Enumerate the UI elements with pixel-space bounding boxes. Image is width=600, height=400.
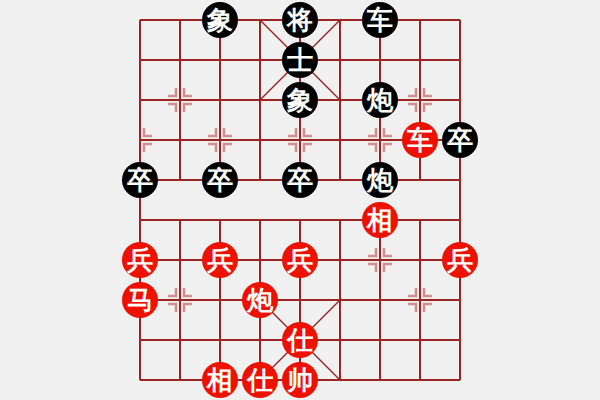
intersection-f2[interactable] (320, 280, 360, 320)
intersection-c5[interactable]: 卒 (200, 160, 240, 200)
piece-red-soldier[interactable]: 兵 (122, 242, 158, 278)
intersection-h1[interactable] (400, 320, 440, 360)
intersection-g5[interactable]: 炮 (360, 160, 400, 200)
piece-black-soldier[interactable]: 卒 (442, 122, 478, 158)
intersection-g6[interactable] (360, 120, 400, 160)
intersection-f3[interactable] (320, 240, 360, 280)
intersection-f7[interactable] (320, 80, 360, 120)
intersection-i1[interactable] (440, 320, 480, 360)
intersection-c7[interactable] (200, 80, 240, 120)
intersection-i5[interactable] (440, 160, 480, 200)
piece-black-chariot[interactable]: 车 (362, 2, 398, 38)
intersection-d2[interactable]: 炮 (240, 280, 280, 320)
intersection-b1[interactable] (160, 320, 200, 360)
intersection-i4[interactable] (440, 200, 480, 240)
intersection-b4[interactable] (160, 200, 200, 240)
piece-black-elephant[interactable]: 象 (282, 82, 318, 118)
intersection-i7[interactable] (440, 80, 480, 120)
intersection-i8[interactable] (440, 40, 480, 80)
intersection-b6[interactable] (160, 120, 200, 160)
intersection-c0[interactable]: 相 (200, 360, 240, 400)
intersection-d9[interactable] (240, 0, 280, 40)
intersection-e0[interactable]: 帅 (280, 360, 320, 400)
intersection-h6[interactable]: 车 (400, 120, 440, 160)
intersection-h2[interactable] (400, 280, 440, 320)
intersection-g3[interactable] (360, 240, 400, 280)
intersection-h7[interactable] (400, 80, 440, 120)
intersection-c6[interactable] (200, 120, 240, 160)
intersection-f0[interactable] (320, 360, 360, 400)
intersection-h8[interactable] (400, 40, 440, 80)
piece-black-advisor[interactable]: 士 (282, 42, 318, 78)
intersection-a5[interactable]: 卒 (120, 160, 160, 200)
intersection-d5[interactable] (240, 160, 280, 200)
piece-black-cannon[interactable]: 炮 (362, 162, 398, 198)
intersection-e5[interactable]: 卒 (280, 160, 320, 200)
piece-red-elephant[interactable]: 相 (362, 202, 398, 238)
piece-red-elephant[interactable]: 相 (202, 362, 238, 398)
intersection-b9[interactable] (160, 0, 200, 40)
intersection-i9[interactable] (440, 0, 480, 40)
intersection-g1[interactable] (360, 320, 400, 360)
piece-black-soldier[interactable]: 卒 (202, 162, 238, 198)
intersection-a9[interactable] (120, 0, 160, 40)
intersection-f5[interactable] (320, 160, 360, 200)
intersection-h4[interactable] (400, 200, 440, 240)
intersection-e3[interactable]: 兵 (280, 240, 320, 280)
intersection-b8[interactable] (160, 40, 200, 80)
intersection-f9[interactable] (320, 0, 360, 40)
intersection-d0[interactable]: 仕 (240, 360, 280, 400)
piece-black-cannon[interactable]: 炮 (362, 82, 398, 118)
piece-red-cannon[interactable]: 炮 (242, 282, 278, 318)
intersection-a6[interactable] (120, 120, 160, 160)
intersection-c2[interactable] (200, 280, 240, 320)
intersection-g7[interactable]: 炮 (360, 80, 400, 120)
intersection-c1[interactable] (200, 320, 240, 360)
intersection-a7[interactable] (120, 80, 160, 120)
piece-red-advisor[interactable]: 仕 (282, 322, 318, 358)
intersection-b2[interactable] (160, 280, 200, 320)
intersection-g0[interactable] (360, 360, 400, 400)
intersection-b3[interactable] (160, 240, 200, 280)
intersection-g4[interactable]: 相 (360, 200, 400, 240)
intersection-i3[interactable]: 兵 (440, 240, 480, 280)
intersection-a3[interactable]: 兵 (120, 240, 160, 280)
intersection-b0[interactable] (160, 360, 200, 400)
intersection-i2[interactable] (440, 280, 480, 320)
piece-red-chariot[interactable]: 车 (402, 122, 438, 158)
intersection-i6[interactable]: 卒 (440, 120, 480, 160)
intersection-d4[interactable] (240, 200, 280, 240)
intersection-d3[interactable] (240, 240, 280, 280)
intersection-b7[interactable] (160, 80, 200, 120)
piece-red-horse[interactable]: 马 (122, 282, 158, 318)
intersection-a2[interactable]: 马 (120, 280, 160, 320)
piece-black-elephant[interactable]: 象 (202, 2, 238, 38)
intersection-i0[interactable] (440, 360, 480, 400)
intersection-c3[interactable]: 兵 (200, 240, 240, 280)
intersection-f1[interactable] (320, 320, 360, 360)
intersection-a1[interactable] (120, 320, 160, 360)
intersection-b5[interactable] (160, 160, 200, 200)
intersection-f6[interactable] (320, 120, 360, 160)
intersection-e2[interactable] (280, 280, 320, 320)
piece-red-advisor[interactable]: 仕 (242, 362, 278, 398)
intersection-h9[interactable] (400, 0, 440, 40)
intersection-d6[interactable] (240, 120, 280, 160)
piece-black-soldier[interactable]: 卒 (282, 162, 318, 198)
intersection-a8[interactable] (120, 40, 160, 80)
intersection-g9[interactable]: 车 (360, 0, 400, 40)
intersection-d7[interactable] (240, 80, 280, 120)
piece-red-soldier[interactable]: 兵 (282, 242, 318, 278)
xiangqi-app: 象将车士象炮车卒卒卒卒炮相兵兵兵兵马炮仕相仕帅 (0, 0, 600, 400)
intersection-a0[interactable] (120, 360, 160, 400)
intersection-f4[interactable] (320, 200, 360, 240)
intersection-c4[interactable] (200, 200, 240, 240)
intersection-c8[interactable] (200, 40, 240, 80)
intersection-f8[interactable] (320, 40, 360, 80)
intersection-c9[interactable]: 象 (200, 0, 240, 40)
piece-red-general[interactable]: 帅 (282, 362, 318, 398)
xiangqi-board: 象将车士象炮车卒卒卒卒炮相兵兵兵兵马炮仕相仕帅 (120, 0, 480, 400)
intersection-d1[interactable] (240, 320, 280, 360)
piece-red-soldier[interactable]: 兵 (202, 242, 238, 278)
intersection-e1[interactable]: 仕 (280, 320, 320, 360)
intersection-g2[interactable] (360, 280, 400, 320)
piece-black-general[interactable]: 将 (282, 2, 318, 38)
intersection-e9[interactable]: 将 (280, 0, 320, 40)
intersection-d8[interactable] (240, 40, 280, 80)
intersection-e8[interactable]: 士 (280, 40, 320, 80)
intersection-e6[interactable] (280, 120, 320, 160)
intersection-e4[interactable] (280, 200, 320, 240)
piece-red-soldier[interactable]: 兵 (442, 242, 478, 278)
intersection-a4[interactable] (120, 200, 160, 240)
intersection-h0[interactable] (400, 360, 440, 400)
intersection-h3[interactable] (400, 240, 440, 280)
intersection-e7[interactable]: 象 (280, 80, 320, 120)
intersection-g8[interactable] (360, 40, 400, 80)
piece-black-soldier[interactable]: 卒 (122, 162, 158, 198)
intersection-h5[interactable] (400, 160, 440, 200)
board-intersections: 象将车士象炮车卒卒卒卒炮相兵兵兵兵马炮仕相仕帅 (120, 0, 480, 400)
